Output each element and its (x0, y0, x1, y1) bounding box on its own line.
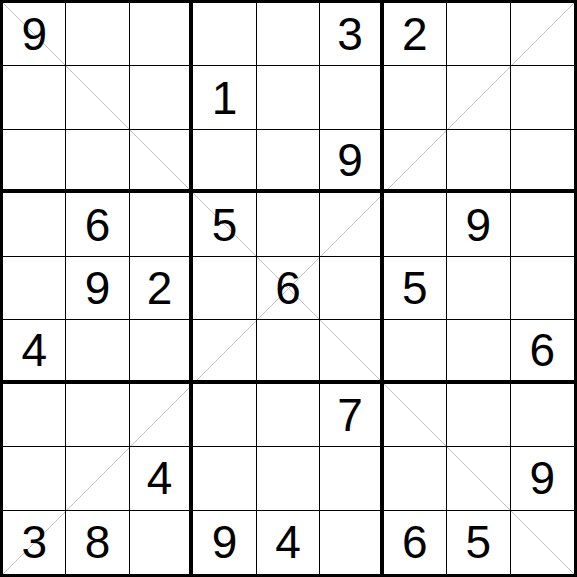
cell-r9c9[interactable] (511, 511, 574, 574)
cell-r2c4[interactable]: 1 (193, 66, 256, 129)
cell-r8c9[interactable]: 9 (511, 447, 574, 510)
cell-r8c4[interactable] (193, 447, 256, 510)
cell-r1c6[interactable]: 3 (320, 3, 383, 66)
cell-r8c2[interactable] (66, 447, 129, 510)
cell-r4c1[interactable] (3, 193, 66, 256)
cell-r5c2[interactable]: 9 (66, 257, 129, 320)
cell-r3c1[interactable] (3, 130, 66, 193)
sudoku-grid: 9 3 2 1 9 6 5 9 9 (3, 3, 574, 574)
cell-r5c4[interactable] (193, 257, 256, 320)
cell-r3c5[interactable] (257, 130, 320, 193)
cell-r2c7[interactable] (384, 66, 447, 129)
cell-r7c1[interactable] (3, 384, 66, 447)
cell-r3c9[interactable] (511, 130, 574, 193)
cell-r6c4[interactable] (193, 320, 256, 383)
cell-r5c1[interactable] (3, 257, 66, 320)
cell-r9c7[interactable]: 6 (384, 511, 447, 574)
cell-r7c8[interactable] (447, 384, 510, 447)
sudoku-board: 9 3 2 1 9 6 5 9 9 (0, 0, 577, 577)
cell-r9c8[interactable]: 5 (447, 511, 510, 574)
cell-r1c3[interactable] (130, 3, 193, 66)
cell-r2c5[interactable] (257, 66, 320, 129)
cell-r5c9[interactable] (511, 257, 574, 320)
cell-r8c6[interactable] (320, 447, 383, 510)
cell-r4c6[interactable] (320, 193, 383, 256)
cell-r7c4[interactable] (193, 384, 256, 447)
cell-r6c9[interactable]: 6 (511, 320, 574, 383)
cell-r5c3[interactable]: 2 (130, 257, 193, 320)
cell-r2c1[interactable] (3, 66, 66, 129)
cell-r9c4[interactable]: 9 (193, 511, 256, 574)
cell-r3c2[interactable] (66, 130, 129, 193)
cell-r2c9[interactable] (511, 66, 574, 129)
cell-r5c6[interactable] (320, 257, 383, 320)
cell-r4c2[interactable]: 6 (66, 193, 129, 256)
cell-r7c9[interactable] (511, 384, 574, 447)
cell-r6c5[interactable] (257, 320, 320, 383)
cell-r6c8[interactable] (447, 320, 510, 383)
cell-r1c9[interactable] (511, 3, 574, 66)
cell-r7c2[interactable] (66, 384, 129, 447)
cell-r6c6[interactable] (320, 320, 383, 383)
cell-r9c5[interactable]: 4 (257, 511, 320, 574)
cell-r6c1[interactable]: 4 (3, 320, 66, 383)
cell-r8c3[interactable]: 4 (130, 447, 193, 510)
cell-r3c6[interactable]: 9 (320, 130, 383, 193)
cell-r4c7[interactable] (384, 193, 447, 256)
cell-r1c4[interactable] (193, 3, 256, 66)
cell-r2c8[interactable] (447, 66, 510, 129)
cell-r7c7[interactable] (384, 384, 447, 447)
cell-r6c2[interactable] (66, 320, 129, 383)
cell-r6c3[interactable] (130, 320, 193, 383)
cell-r5c8[interactable] (447, 257, 510, 320)
cell-r7c6[interactable]: 7 (320, 384, 383, 447)
cell-r1c8[interactable] (447, 3, 510, 66)
cell-r3c3[interactable] (130, 130, 193, 193)
cell-r2c3[interactable] (130, 66, 193, 129)
cell-r7c3[interactable] (130, 384, 193, 447)
cell-r1c7[interactable]: 2 (384, 3, 447, 66)
cell-r9c1[interactable]: 3 (3, 511, 66, 574)
cell-r3c7[interactable] (384, 130, 447, 193)
cell-r4c4[interactable]: 5 (193, 193, 256, 256)
cell-r4c5[interactable] (257, 193, 320, 256)
cell-r8c1[interactable] (3, 447, 66, 510)
cell-r3c8[interactable] (447, 130, 510, 193)
cell-r4c3[interactable] (130, 193, 193, 256)
cell-r9c3[interactable] (130, 511, 193, 574)
cell-r8c5[interactable] (257, 447, 320, 510)
cell-r4c8[interactable]: 9 (447, 193, 510, 256)
cell-r1c2[interactable] (66, 3, 129, 66)
cell-r8c7[interactable] (384, 447, 447, 510)
cell-r1c1[interactable]: 9 (3, 3, 66, 66)
cell-r8c8[interactable] (447, 447, 510, 510)
cell-r1c5[interactable] (257, 3, 320, 66)
cell-r2c6[interactable] (320, 66, 383, 129)
cell-r7c5[interactable] (257, 384, 320, 447)
cell-r6c7[interactable] (384, 320, 447, 383)
cell-r3c4[interactable] (193, 130, 256, 193)
cell-r5c7[interactable]: 5 (384, 257, 447, 320)
cell-r5c5[interactable]: 6 (257, 257, 320, 320)
cell-r9c6[interactable] (320, 511, 383, 574)
cell-r9c2[interactable]: 8 (66, 511, 129, 574)
cell-r2c2[interactable] (66, 66, 129, 129)
cell-r4c9[interactable] (511, 193, 574, 256)
